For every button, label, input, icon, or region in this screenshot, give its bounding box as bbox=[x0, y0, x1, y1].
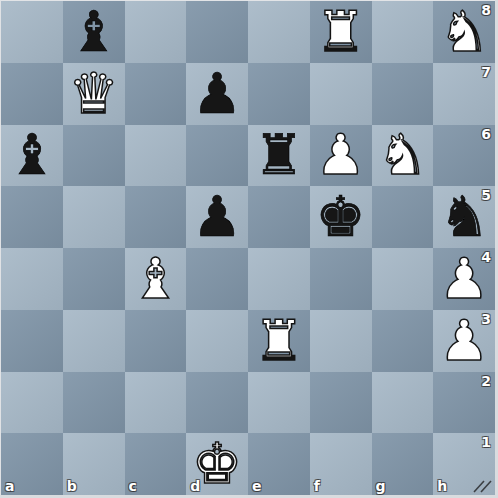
square-e5[interactable] bbox=[248, 186, 310, 248]
square-f5[interactable]: ♚ bbox=[310, 186, 372, 248]
square-e8[interactable] bbox=[248, 1, 310, 63]
square-c8[interactable] bbox=[125, 1, 187, 63]
resize-handle-icon[interactable] bbox=[471, 479, 493, 494]
square-e4[interactable] bbox=[248, 248, 310, 310]
square-g3[interactable] bbox=[372, 310, 434, 372]
square-c1[interactable]: c bbox=[125, 433, 187, 495]
square-a3[interactable] bbox=[1, 310, 63, 372]
piece-black-bishop[interactable]: ♝ bbox=[7, 125, 57, 187]
piece-white-pawn[interactable]: ♟ bbox=[316, 125, 366, 187]
square-f7[interactable] bbox=[310, 63, 372, 125]
square-e2[interactable] bbox=[248, 372, 310, 434]
square-b1[interactable]: b bbox=[63, 433, 125, 495]
square-b4[interactable] bbox=[63, 248, 125, 310]
square-d3[interactable] bbox=[186, 310, 248, 372]
square-a2[interactable] bbox=[1, 372, 63, 434]
piece-black-bishop[interactable]: ♝ bbox=[69, 1, 119, 63]
file-label-h: h bbox=[437, 478, 447, 494]
square-b2[interactable] bbox=[63, 372, 125, 434]
square-c6[interactable] bbox=[125, 125, 187, 187]
square-d6[interactable] bbox=[186, 125, 248, 187]
rank-label-1: 1 bbox=[481, 434, 491, 450]
piece-white-bishop[interactable]: ♝ bbox=[130, 248, 180, 310]
square-c5[interactable] bbox=[125, 186, 187, 248]
piece-white-knight[interactable]: ♞ bbox=[439, 1, 489, 63]
piece-black-pawn[interactable]: ♟ bbox=[192, 63, 242, 125]
square-d4[interactable] bbox=[186, 248, 248, 310]
square-a1[interactable]: a bbox=[1, 433, 63, 495]
rank-label-2: 2 bbox=[481, 373, 491, 389]
square-g7[interactable] bbox=[372, 63, 434, 125]
square-c2[interactable] bbox=[125, 372, 187, 434]
square-d2[interactable] bbox=[186, 372, 248, 434]
square-h8[interactable]: 8♞ bbox=[433, 1, 495, 63]
square-f3[interactable] bbox=[310, 310, 372, 372]
square-a8[interactable] bbox=[1, 1, 63, 63]
chess-board: ♝♜8♞♛♟7♝♜♟♞6♟♚5♞♝4♟♜3♟2abcd♚efgh1 bbox=[0, 0, 495, 495]
square-b3[interactable] bbox=[63, 310, 125, 372]
piece-black-king[interactable]: ♚ bbox=[316, 186, 366, 248]
square-h3[interactable]: 3♟ bbox=[433, 310, 495, 372]
square-c3[interactable] bbox=[125, 310, 187, 372]
square-e1[interactable]: e bbox=[248, 433, 310, 495]
square-h4[interactable]: 4♟ bbox=[433, 248, 495, 310]
square-f6[interactable]: ♟ bbox=[310, 125, 372, 187]
square-b5[interactable] bbox=[63, 186, 125, 248]
square-g6[interactable]: ♞ bbox=[372, 125, 434, 187]
square-f2[interactable] bbox=[310, 372, 372, 434]
square-h5[interactable]: 5♞ bbox=[433, 186, 495, 248]
square-g5[interactable] bbox=[372, 186, 434, 248]
square-e3[interactable]: ♜ bbox=[248, 310, 310, 372]
file-label-b: b bbox=[67, 478, 77, 494]
rank-label-7: 7 bbox=[481, 64, 491, 80]
square-g4[interactable] bbox=[372, 248, 434, 310]
rank-label-6: 6 bbox=[481, 126, 491, 142]
square-a5[interactable] bbox=[1, 186, 63, 248]
piece-black-knight[interactable]: ♞ bbox=[439, 186, 489, 248]
piece-white-rook[interactable]: ♜ bbox=[316, 1, 366, 63]
square-c4[interactable]: ♝ bbox=[125, 248, 187, 310]
square-b7[interactable]: ♛ bbox=[63, 63, 125, 125]
chess-app-window: ♝♜8♞♛♟7♝♜♟♞6♟♚5♞♝4♟♜3♟2abcd♚efgh1 bbox=[0, 0, 498, 498]
square-h7[interactable]: 7 bbox=[433, 63, 495, 125]
square-c7[interactable] bbox=[125, 63, 187, 125]
square-f8[interactable]: ♜ bbox=[310, 1, 372, 63]
square-f1[interactable]: f bbox=[310, 433, 372, 495]
square-h6[interactable]: 6 bbox=[433, 125, 495, 187]
piece-white-rook[interactable]: ♜ bbox=[254, 310, 304, 372]
piece-white-knight[interactable]: ♞ bbox=[377, 125, 427, 187]
square-a4[interactable] bbox=[1, 248, 63, 310]
piece-black-rook[interactable]: ♜ bbox=[254, 125, 304, 187]
file-label-f: f bbox=[314, 478, 320, 494]
piece-black-pawn[interactable]: ♟ bbox=[192, 186, 242, 248]
piece-white-king[interactable]: ♚ bbox=[192, 433, 242, 495]
square-a6[interactable]: ♝ bbox=[1, 125, 63, 187]
file-label-g: g bbox=[376, 478, 386, 494]
piece-white-pawn[interactable]: ♟ bbox=[439, 248, 489, 310]
file-label-c: c bbox=[129, 478, 137, 494]
piece-white-pawn[interactable]: ♟ bbox=[439, 310, 489, 372]
square-d1[interactable]: d♚ bbox=[186, 433, 248, 495]
square-e7[interactable] bbox=[248, 63, 310, 125]
square-e6[interactable]: ♜ bbox=[248, 125, 310, 187]
square-a7[interactable] bbox=[1, 63, 63, 125]
piece-white-queen[interactable]: ♛ bbox=[69, 63, 119, 125]
square-f4[interactable] bbox=[310, 248, 372, 310]
square-b6[interactable] bbox=[63, 125, 125, 187]
file-label-e: e bbox=[252, 478, 262, 494]
square-g8[interactable] bbox=[372, 1, 434, 63]
square-b8[interactable]: ♝ bbox=[63, 1, 125, 63]
square-d7[interactable]: ♟ bbox=[186, 63, 248, 125]
file-label-a: a bbox=[5, 478, 14, 494]
square-d5[interactable]: ♟ bbox=[186, 186, 248, 248]
square-d8[interactable] bbox=[186, 1, 248, 63]
square-g2[interactable] bbox=[372, 372, 434, 434]
square-h2[interactable]: 2 bbox=[433, 372, 495, 434]
square-g1[interactable]: g bbox=[372, 433, 434, 495]
